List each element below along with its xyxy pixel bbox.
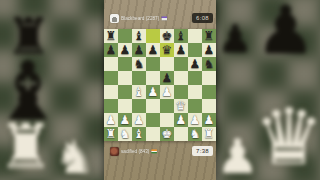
square-f6[interactable] xyxy=(174,57,188,71)
top-clock: 6:08 xyxy=(192,13,213,23)
white-pawn[interactable]: ♟ xyxy=(120,114,131,126)
white-rook[interactable]: ♜ xyxy=(106,128,117,140)
square-d5[interactable] xyxy=(146,71,160,85)
square-c4[interactable]: ♝ xyxy=(132,85,146,99)
square-e5[interactable]: ♟ xyxy=(160,71,174,85)
square-g2[interactable]: ♟ xyxy=(188,113,202,127)
chess-board[interactable]: ♜♝♚♝♜♟♟♟♟♛♟♟♞♟♞♟♝♟♟♛♟♟♟♟♟♟♜♞♝♚♞♜ xyxy=(104,29,216,141)
square-c1[interactable]: ♝ xyxy=(132,127,146,141)
square-c5[interactable] xyxy=(132,71,146,85)
white-pawn[interactable]: ♟ xyxy=(106,114,117,126)
square-d1[interactable] xyxy=(146,127,160,141)
square-d7[interactable]: ♟ xyxy=(146,43,160,57)
black-knight[interactable]: ♞ xyxy=(134,58,145,70)
black-king[interactable]: ♚ xyxy=(162,30,173,42)
square-a7[interactable]: ♟ xyxy=(104,43,118,57)
square-e8[interactable]: ♚ xyxy=(160,29,174,43)
top-player-name: Blackbeard (2287) xyxy=(121,16,167,21)
black-pawn[interactable]: ♟ xyxy=(162,72,173,84)
black-bishop[interactable]: ♝ xyxy=(134,30,145,42)
square-e6[interactable] xyxy=(160,57,174,71)
square-a4[interactable] xyxy=(104,85,118,99)
square-g1[interactable]: ♞ xyxy=(188,127,202,141)
top-player-avatar[interactable] xyxy=(110,14,119,23)
square-h1[interactable]: ♜ xyxy=(202,127,216,141)
square-e3[interactable] xyxy=(160,99,174,113)
white-pawn[interactable]: ♟ xyxy=(204,114,215,126)
black-pawn[interactable]: ♟ xyxy=(190,58,201,70)
square-b4[interactable] xyxy=(118,85,132,99)
square-c6[interactable]: ♞ xyxy=(132,57,146,71)
square-h8[interactable]: ♜ xyxy=(202,29,216,43)
square-b6[interactable] xyxy=(118,57,132,71)
square-a2[interactable]: ♟ xyxy=(104,113,118,127)
black-pawn[interactable]: ♟ xyxy=(148,44,159,56)
white-pawn[interactable]: ♟ xyxy=(162,86,173,98)
square-f5[interactable] xyxy=(174,71,188,85)
blurred-background-left: ♜♝♜♞ xyxy=(0,0,104,180)
square-a8[interactable]: ♜ xyxy=(104,29,118,43)
square-b2[interactable]: ♟ xyxy=(118,113,132,127)
square-a1[interactable]: ♜ xyxy=(104,127,118,141)
black-knight[interactable]: ♞ xyxy=(204,58,215,70)
white-pawn[interactable]: ♟ xyxy=(190,114,201,126)
square-f1[interactable] xyxy=(174,127,188,141)
square-c7[interactable]: ♟ xyxy=(132,43,146,57)
black-bishop[interactable]: ♝ xyxy=(176,30,187,42)
blur-black-pawn-icon: ♟ xyxy=(218,20,252,58)
black-pawn[interactable]: ♟ xyxy=(106,44,117,56)
black-pawn[interactable]: ♟ xyxy=(176,44,187,56)
top-player-flag-icon xyxy=(162,16,167,20)
square-b8[interactable] xyxy=(118,29,132,43)
white-knight[interactable]: ♞ xyxy=(120,128,131,140)
square-a3[interactable] xyxy=(104,99,118,113)
square-h5[interactable] xyxy=(202,71,216,85)
white-rook[interactable]: ♜ xyxy=(204,128,215,140)
square-g7[interactable] xyxy=(188,43,202,57)
square-a5[interactable] xyxy=(104,71,118,85)
square-f8[interactable]: ♝ xyxy=(174,29,188,43)
video-frame: ♜♝♜♞ ♟♟♛♟ Blackbeard (2287) 6:08 ♜♝♚♝♜♟♟… xyxy=(0,0,320,180)
white-bishop[interactable]: ♝ xyxy=(134,86,145,98)
square-d3[interactable] xyxy=(146,99,160,113)
game-view: Blackbeard (2287) 6:08 ♜♝♚♝♜♟♟♟♟♛♟♟♞♟♞♟♝… xyxy=(104,0,216,180)
white-king[interactable]: ♚ xyxy=(162,128,173,140)
blur-white-queen-icon: ♛ xyxy=(254,98,320,176)
bottom-player-name: sadified (843) xyxy=(121,149,157,154)
black-queen[interactable]: ♛ xyxy=(162,44,173,56)
white-pawn[interactable]: ♟ xyxy=(176,114,187,126)
white-pawn[interactable]: ♟ xyxy=(134,114,145,126)
square-h4[interactable] xyxy=(202,85,216,99)
square-c8[interactable]: ♝ xyxy=(132,29,146,43)
white-pawn[interactable]: ♟ xyxy=(148,86,159,98)
white-knight[interactable]: ♞ xyxy=(190,128,201,140)
square-e1[interactable]: ♚ xyxy=(160,127,174,141)
square-b5[interactable] xyxy=(118,71,132,85)
black-pawn[interactable]: ♟ xyxy=(120,44,131,56)
square-e7[interactable]: ♛ xyxy=(160,43,174,57)
bottom-player-flag-icon xyxy=(152,149,157,153)
square-h7[interactable]: ♟ xyxy=(202,43,216,57)
square-d8[interactable] xyxy=(146,29,160,43)
square-f4[interactable] xyxy=(174,85,188,99)
square-g6[interactable]: ♟ xyxy=(188,57,202,71)
square-h3[interactable] xyxy=(202,99,216,113)
black-rook[interactable]: ♜ xyxy=(106,30,117,42)
square-b7[interactable]: ♟ xyxy=(118,43,132,57)
square-d4[interactable]: ♟ xyxy=(146,85,160,99)
square-g3[interactable] xyxy=(188,99,202,113)
square-d6[interactable] xyxy=(146,57,160,71)
square-g5[interactable] xyxy=(188,71,202,85)
square-g8[interactable] xyxy=(188,29,202,43)
blurred-background-right: ♟♟♛♟ xyxy=(216,0,320,180)
blur-white-rook-icon: ♜ xyxy=(0,116,54,178)
square-b1[interactable]: ♞ xyxy=(118,127,132,141)
square-f2[interactable]: ♟ xyxy=(174,113,188,127)
bottom-player-avatar[interactable] xyxy=(110,147,119,156)
square-e4[interactable]: ♟ xyxy=(160,85,174,99)
square-f7[interactable]: ♟ xyxy=(174,43,188,57)
square-h2[interactable]: ♟ xyxy=(202,113,216,127)
square-c3[interactable] xyxy=(132,99,146,113)
square-c2[interactable]: ♟ xyxy=(132,113,146,127)
bottom-clock: 7:38 xyxy=(192,146,213,156)
black-pawn[interactable]: ♟ xyxy=(134,44,145,56)
black-pawn[interactable]: ♟ xyxy=(204,44,215,56)
blur-white-pawn-icon: ♟ xyxy=(216,132,259,180)
blur-black-pawn-icon: ♟ xyxy=(256,0,315,64)
square-e2[interactable] xyxy=(160,113,174,127)
square-b3[interactable] xyxy=(118,99,132,113)
square-d2[interactable] xyxy=(146,113,160,127)
square-f3[interactable]: ♛ xyxy=(174,99,188,113)
blur-white-knight-icon: ♞ xyxy=(54,134,95,180)
square-a6[interactable] xyxy=(104,57,118,71)
square-h6[interactable]: ♞ xyxy=(202,57,216,71)
white-bishop[interactable]: ♝ xyxy=(134,128,145,140)
square-g4[interactable] xyxy=(188,85,202,99)
white-queen[interactable]: ♛ xyxy=(176,100,187,112)
top-player-bar: Blackbeard (2287) 6:08 xyxy=(110,13,213,23)
bottom-player-bar: sadified (843) 7:38 xyxy=(110,146,213,156)
black-rook[interactable]: ♜ xyxy=(204,30,215,42)
